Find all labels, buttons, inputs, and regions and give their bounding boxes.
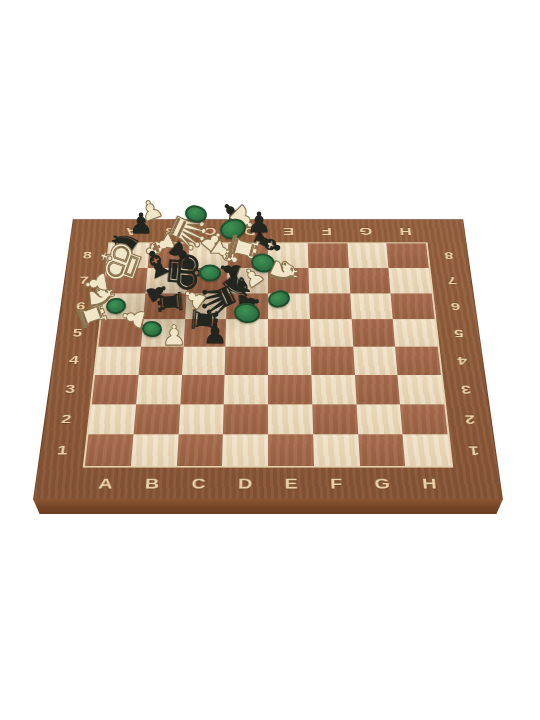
rank-label-right-1: 1 xyxy=(468,443,480,458)
board-side-edge xyxy=(33,499,503,514)
square-f1 xyxy=(313,435,360,467)
square-d3 xyxy=(224,375,268,404)
rank-label-left-4: 4 xyxy=(68,354,79,367)
square-a1 xyxy=(85,435,133,467)
file-labels-bottom: ABCDEFGH xyxy=(81,468,455,500)
square-a3 xyxy=(92,375,139,404)
square-h4 xyxy=(395,347,441,375)
square-h5 xyxy=(393,319,438,346)
file-label-bottom-c: C xyxy=(191,476,207,492)
square-h2 xyxy=(400,404,447,434)
rank-label-right-2: 2 xyxy=(464,412,476,426)
file-label-top-e: E xyxy=(282,225,294,237)
rank-label-left-2: 2 xyxy=(60,412,72,426)
square-b7 xyxy=(145,268,187,293)
square-c3 xyxy=(180,375,225,404)
square-f4 xyxy=(310,347,354,375)
file-labels-top: ABCDEFGH xyxy=(110,219,426,242)
square-d2 xyxy=(223,404,268,434)
square-c1 xyxy=(176,435,223,467)
square-c7 xyxy=(186,268,228,293)
square-b1 xyxy=(131,435,179,467)
square-g4 xyxy=(353,347,398,375)
square-a8 xyxy=(107,243,149,267)
square-d6 xyxy=(226,293,268,319)
file-label-top-g: G xyxy=(358,225,373,237)
chessboard: ABCDEFGH ABCDEFGH 87654321 87654321 xyxy=(33,219,503,500)
square-b2 xyxy=(133,404,180,434)
rank-label-left-1: 1 xyxy=(56,443,68,458)
rank-label-right-7: 7 xyxy=(447,274,458,286)
square-f7 xyxy=(308,268,350,293)
rank-label-right-6: 6 xyxy=(450,300,461,312)
rank-label-left-7: 7 xyxy=(79,274,90,286)
square-c2 xyxy=(178,404,224,434)
square-a7 xyxy=(104,268,147,293)
file-label-top-f: F xyxy=(320,225,332,237)
square-d7 xyxy=(227,268,268,293)
square-a6 xyxy=(101,293,145,319)
square-g1 xyxy=(358,435,406,467)
file-label-top-b: B xyxy=(164,225,178,237)
square-g7 xyxy=(348,268,390,293)
square-f5 xyxy=(310,319,353,346)
file-label-bottom-d: D xyxy=(238,476,254,492)
square-b6 xyxy=(143,293,186,319)
square-f8 xyxy=(308,243,349,267)
file-label-bottom-h: H xyxy=(421,476,438,492)
square-c6 xyxy=(185,293,227,319)
rank-label-right-3: 3 xyxy=(460,382,472,396)
square-h3 xyxy=(398,375,445,404)
square-g6 xyxy=(350,293,393,319)
square-d5 xyxy=(226,319,268,346)
square-b5 xyxy=(141,319,185,346)
square-a2 xyxy=(88,404,135,434)
file-label-bottom-b: B xyxy=(144,476,160,492)
square-e1 xyxy=(268,435,314,467)
square-g8 xyxy=(347,243,389,267)
square-c4 xyxy=(182,347,226,375)
square-h1 xyxy=(403,435,451,467)
rank-label-right-4: 4 xyxy=(456,354,467,367)
square-e7 xyxy=(268,268,309,293)
file-label-bottom-g: G xyxy=(374,476,392,492)
square-g5 xyxy=(351,319,395,346)
square-c5 xyxy=(183,319,226,346)
square-g3 xyxy=(354,375,400,404)
product-photo-chessboard: ABCDEFGH ABCDEFGH 87654321 87654321 ♜♞♟♞… xyxy=(0,0,540,720)
square-e6 xyxy=(268,293,310,319)
square-d8 xyxy=(228,243,268,267)
rank-label-right-5: 5 xyxy=(453,327,464,340)
square-h6 xyxy=(391,293,435,319)
board-grid xyxy=(83,242,454,467)
rank-label-left-5: 5 xyxy=(72,327,83,340)
square-b4 xyxy=(138,347,183,375)
file-label-top-c: C xyxy=(203,225,216,237)
square-h7 xyxy=(389,268,432,293)
square-e4 xyxy=(268,347,311,375)
square-b3 xyxy=(136,375,182,404)
square-d1 xyxy=(222,435,268,467)
rank-label-right-8: 8 xyxy=(443,250,453,262)
file-label-bottom-e: E xyxy=(285,476,299,492)
rank-label-left-6: 6 xyxy=(75,300,86,312)
square-e5 xyxy=(268,319,310,346)
file-label-top-h: H xyxy=(398,225,412,237)
square-a5 xyxy=(98,319,143,346)
rank-label-left-8: 8 xyxy=(82,250,92,262)
square-e3 xyxy=(268,375,312,404)
square-f6 xyxy=(309,293,351,319)
file-label-bottom-a: A xyxy=(98,476,115,492)
file-label-top-d: D xyxy=(243,225,256,237)
square-d4 xyxy=(225,347,268,375)
square-a4 xyxy=(95,347,141,375)
square-b8 xyxy=(147,243,189,267)
square-g2 xyxy=(356,404,403,434)
square-e2 xyxy=(268,404,313,434)
file-label-top-a: A xyxy=(124,225,138,237)
square-h8 xyxy=(387,243,429,267)
square-f3 xyxy=(311,375,356,404)
rank-label-left-3: 3 xyxy=(64,382,76,396)
square-e8 xyxy=(268,243,308,267)
square-f2 xyxy=(312,404,358,434)
square-c8 xyxy=(188,243,229,267)
file-label-bottom-f: F xyxy=(330,476,344,492)
